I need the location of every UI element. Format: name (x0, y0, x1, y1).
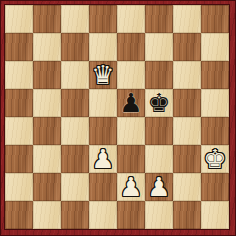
square-c5[interactable] (61, 89, 89, 117)
square-a4[interactable] (5, 117, 33, 145)
square-f3[interactable] (145, 145, 173, 173)
square-b8[interactable] (33, 5, 61, 33)
square-h4[interactable] (201, 117, 229, 145)
square-c6[interactable] (61, 61, 89, 89)
square-b5[interactable] (33, 89, 61, 117)
square-a1[interactable] (5, 201, 33, 229)
square-a3[interactable] (5, 145, 33, 173)
white-king-piece: ♚ (201, 145, 229, 173)
black-king-piece: ♚ (145, 89, 173, 117)
square-f4[interactable] (145, 117, 173, 145)
square-b7[interactable] (33, 33, 61, 61)
square-g6[interactable] (173, 61, 201, 89)
square-h2[interactable] (201, 173, 229, 201)
square-f6[interactable] (145, 61, 173, 89)
square-d7[interactable] (89, 33, 117, 61)
square-g7[interactable] (173, 33, 201, 61)
square-d2[interactable] (89, 173, 117, 201)
square-b3[interactable] (33, 145, 61, 173)
white-pawn-piece: ♟ (117, 173, 145, 201)
white-queen-piece: ♛ (89, 61, 117, 89)
square-d3[interactable]: ♟ (89, 145, 117, 173)
square-h3[interactable]: ♚ (201, 145, 229, 173)
square-h5[interactable] (201, 89, 229, 117)
square-a6[interactable] (5, 61, 33, 89)
square-c4[interactable] (61, 117, 89, 145)
square-a2[interactable] (5, 173, 33, 201)
square-a5[interactable] (5, 89, 33, 117)
square-h6[interactable] (201, 61, 229, 89)
square-h8[interactable] (201, 5, 229, 33)
square-e3[interactable] (117, 145, 145, 173)
black-pawn-piece: ♟ (117, 89, 145, 117)
square-d8[interactable] (89, 5, 117, 33)
square-d5[interactable] (89, 89, 117, 117)
square-b1[interactable] (33, 201, 61, 229)
square-g3[interactable] (173, 145, 201, 173)
square-b6[interactable] (33, 61, 61, 89)
square-b2[interactable] (33, 173, 61, 201)
square-a7[interactable] (5, 33, 33, 61)
square-e4[interactable] (117, 117, 145, 145)
square-g2[interactable] (173, 173, 201, 201)
square-c3[interactable] (61, 145, 89, 173)
square-b4[interactable] (33, 117, 61, 145)
chess-board: ♛♟♚♟♚♟♟ (4, 4, 230, 230)
square-g5[interactable] (173, 89, 201, 117)
square-f1[interactable] (145, 201, 173, 229)
square-e8[interactable] (117, 5, 145, 33)
square-f7[interactable] (145, 33, 173, 61)
square-c1[interactable] (61, 201, 89, 229)
square-f2[interactable]: ♟ (145, 173, 173, 201)
square-c7[interactable] (61, 33, 89, 61)
square-e2[interactable]: ♟ (117, 173, 145, 201)
white-pawn-piece: ♟ (145, 173, 173, 201)
square-e6[interactable] (117, 61, 145, 89)
square-c2[interactable] (61, 173, 89, 201)
square-a8[interactable] (5, 5, 33, 33)
square-d1[interactable] (89, 201, 117, 229)
square-d4[interactable] (89, 117, 117, 145)
square-g4[interactable] (173, 117, 201, 145)
square-e7[interactable] (117, 33, 145, 61)
board-frame: ♛♟♚♟♚♟♟ (0, 0, 236, 236)
square-h1[interactable] (201, 201, 229, 229)
square-f5[interactable]: ♚ (145, 89, 173, 117)
square-h7[interactable] (201, 33, 229, 61)
square-f8[interactable] (145, 5, 173, 33)
square-g1[interactable] (173, 201, 201, 229)
square-d6[interactable]: ♛ (89, 61, 117, 89)
white-pawn-piece: ♟ (89, 145, 117, 173)
square-g8[interactable] (173, 5, 201, 33)
square-e1[interactable] (117, 201, 145, 229)
square-c8[interactable] (61, 5, 89, 33)
square-e5[interactable]: ♟ (117, 89, 145, 117)
